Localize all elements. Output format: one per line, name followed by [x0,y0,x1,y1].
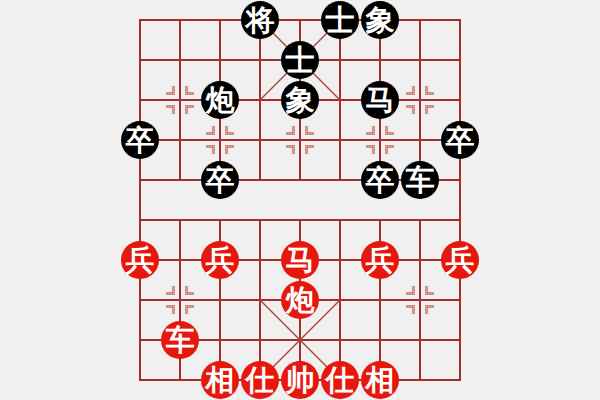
piece-black-horse[interactable]: 马 [361,81,399,119]
position-marker [412,286,415,295]
piece-black-soldier[interactable]: 卒 [121,121,159,159]
piece-black-advisor[interactable]: 士 [321,1,359,39]
xiangqi-board[interactable]: 将士象士炮象马卒卒卒卒车兵兵马兵兵炮车相仕帅仕相 [0,0,600,400]
position-marker [185,86,188,95]
piece-red-general[interactable]: 帅 [281,361,319,399]
grid-line-vertical [179,19,181,181]
position-marker [412,105,415,114]
position-marker [212,145,215,154]
piece-black-soldier[interactable]: 卒 [441,121,479,159]
piece-red-cannon[interactable]: 炮 [281,281,319,319]
position-marker [385,126,388,135]
position-marker [412,86,415,95]
piece-red-soldier[interactable]: 兵 [201,241,239,279]
position-marker [425,305,428,314]
piece-black-soldier[interactable]: 卒 [361,161,399,199]
position-marker [172,305,175,314]
position-marker [172,105,175,114]
piece-black-elephant[interactable]: 象 [361,1,399,39]
position-marker [412,305,415,314]
piece-black-chariot[interactable]: 车 [401,161,439,199]
piece-red-soldier[interactable]: 兵 [361,241,399,279]
grid-line-vertical [419,19,421,181]
piece-black-cannon[interactable]: 炮 [201,81,239,119]
position-marker [425,286,428,295]
position-marker [225,126,228,135]
position-marker [425,105,428,114]
position-marker [225,145,228,154]
grid-line-vertical [259,219,261,381]
position-marker [305,145,308,154]
piece-black-general[interactable]: 将 [241,1,279,39]
piece-red-soldier[interactable]: 兵 [121,241,159,279]
grid-line-vertical [419,219,421,381]
position-marker [185,286,188,295]
piece-red-advisor[interactable]: 仕 [321,361,359,399]
piece-red-advisor[interactable]: 仕 [241,361,279,399]
piece-black-elephant[interactable]: 象 [281,81,319,119]
position-marker [172,86,175,95]
position-marker [372,145,375,154]
grid-line-vertical [259,19,261,181]
position-marker [172,286,175,295]
position-marker [385,145,388,154]
grid-line-vertical [139,19,141,381]
app-background: 将士象士炮象马卒卒卒卒车兵兵马兵兵炮车相仕帅仕相 [0,0,600,400]
grid-line-vertical [339,19,341,181]
piece-red-horse[interactable]: 马 [281,241,319,279]
position-marker [372,126,375,135]
position-marker [292,145,295,154]
position-marker [185,105,188,114]
grid-line-vertical [339,219,341,381]
piece-red-soldier[interactable]: 兵 [441,241,479,279]
piece-red-chariot[interactable]: 车 [161,321,199,359]
position-marker [292,126,295,135]
position-marker [305,126,308,135]
position-marker [185,305,188,314]
piece-red-elephant[interactable]: 相 [361,361,399,399]
piece-red-elephant[interactable]: 相 [201,361,239,399]
piece-black-soldier[interactable]: 卒 [201,161,239,199]
position-marker [212,126,215,135]
position-marker [425,86,428,95]
grid-line-vertical [459,19,461,381]
piece-black-advisor[interactable]: 士 [281,41,319,79]
